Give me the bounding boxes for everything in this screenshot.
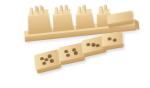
tile-2-holes[interactable]	[100, 31, 123, 51]
block-front-face	[26, 13, 52, 34]
scene	[0, 0, 150, 88]
peg	[29, 7, 33, 15]
peg	[34, 5, 38, 12]
block-front-face	[51, 13, 74, 32]
peg	[104, 4, 108, 11]
peg	[59, 4, 63, 11]
peg-block-3[interactable]	[73, 0, 95, 30]
hole	[107, 36, 111, 40]
peg	[54, 6, 58, 14]
peg	[77, 6, 81, 14]
hole	[73, 50, 78, 54]
peg	[99, 6, 103, 14]
peg	[82, 4, 86, 11]
peg-block-5[interactable]	[25, 0, 52, 34]
hole	[66, 53, 71, 57]
tile-5-holes[interactable]	[32, 49, 61, 74]
rail-end-face	[134, 19, 139, 30]
peg	[64, 4, 68, 11]
peg-block-4[interactable]	[50, 0, 74, 32]
hole	[112, 38, 116, 42]
